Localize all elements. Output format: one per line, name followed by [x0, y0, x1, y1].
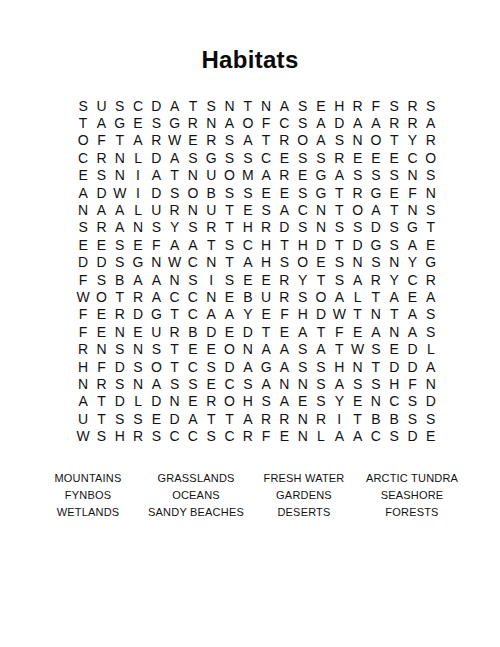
- grid-cell-r14c20: S: [422, 323, 440, 340]
- grid-cell-r15c16: W: [348, 340, 366, 357]
- grid-cell-r13c9: A: [220, 306, 238, 323]
- grid-cell-r1c18: S: [385, 97, 403, 114]
- grid-cell-r18c6: N: [165, 393, 183, 410]
- grid-cell-r5c1: E: [74, 167, 92, 184]
- grid-cell-r12c4: R: [129, 288, 147, 305]
- grid-cell-r9c1: E: [74, 236, 92, 253]
- grid-cell-r7c11: S: [257, 201, 275, 218]
- grid-cell-r3c6: W: [165, 132, 183, 149]
- grid-cell-r16c9: D: [220, 358, 238, 375]
- grid-cell-r5c19: N: [403, 167, 421, 184]
- grid-cell-r17c10: S: [239, 375, 257, 392]
- grid-cell-r4c16: E: [348, 149, 366, 166]
- grid-cell-r8c1: S: [74, 219, 92, 236]
- grid-cell-r13c15: W: [330, 306, 348, 323]
- grid-cell-r19c11: R: [257, 410, 275, 427]
- grid-cell-r1c5: D: [147, 97, 165, 114]
- grid-cell-r4c4: L: [129, 149, 147, 166]
- grid-cell-r6c4: I: [129, 184, 147, 201]
- grid-cell-r5c4: I: [129, 167, 147, 184]
- grid-cell-r6c18: E: [385, 184, 403, 201]
- grid-cell-r12c17: T: [367, 288, 385, 305]
- grid-cell-r10c7: C: [184, 254, 202, 271]
- grid-cell-r8c20: T: [422, 219, 440, 236]
- word-mountains: MOUNTAINS: [34, 470, 142, 487]
- grid-cell-r15c2: N: [92, 340, 110, 357]
- grid-cell-r15c17: S: [367, 340, 385, 357]
- grid-cell-r20c20: E: [422, 427, 440, 444]
- grid-cell-r16c13: S: [294, 358, 312, 375]
- grid-cell-r15c4: N: [129, 340, 147, 357]
- grid-cell-r5c13: E: [294, 167, 312, 184]
- grid-cell-r5c7: N: [184, 167, 202, 184]
- grid-cell-r7c17: A: [367, 201, 385, 218]
- grid-cell-r15c19: D: [403, 340, 421, 357]
- word-grasslands: GRASSLANDS: [142, 470, 250, 487]
- word-oceans: OCEANS: [142, 487, 250, 504]
- grid-cell-r16c10: A: [239, 358, 257, 375]
- grid-cell-r2c18: R: [385, 114, 403, 131]
- grid-cell-r4c19: C: [403, 149, 421, 166]
- word-search-grid: SUSCDATSNTNASEHRFSRSTAGESGRNAOFCSADAARRA…: [74, 97, 440, 445]
- grid-cell-r7c5: U: [147, 201, 165, 218]
- grid-cell-r17c19: F: [403, 375, 421, 392]
- grid-cell-r8c15: S: [330, 219, 348, 236]
- grid-cell-r1c19: R: [403, 97, 421, 114]
- grid-cell-r1c16: R: [348, 97, 366, 114]
- grid-cell-r12c16: L: [348, 288, 366, 305]
- grid-cell-r6c7: O: [184, 184, 202, 201]
- grid-cell-r3c1: O: [74, 132, 92, 149]
- grid-cell-r15c7: E: [184, 340, 202, 357]
- grid-cell-r10c2: D: [92, 254, 110, 271]
- grid-cell-r10c19: Y: [403, 254, 421, 271]
- grid-cell-r4c17: E: [367, 149, 385, 166]
- grid-cell-r6c20: N: [422, 184, 440, 201]
- grid-cell-r1c14: E: [312, 97, 330, 114]
- grid-cell-r1c2: U: [92, 97, 110, 114]
- grid-cell-r3c16: N: [348, 132, 366, 149]
- grid-cell-r2c6: G: [165, 114, 183, 131]
- grid-cell-r2c1: T: [74, 114, 92, 131]
- grid-cell-r6c9: S: [220, 184, 238, 201]
- grid-cell-r5c14: G: [312, 167, 330, 184]
- grid-cell-r2c10: O: [239, 114, 257, 131]
- grid-cell-r6c16: R: [348, 184, 366, 201]
- word-wetlands: WETLANDS: [34, 504, 142, 521]
- grid-cell-r19c5: E: [147, 410, 165, 427]
- grid-cell-r20c3: H: [111, 427, 129, 444]
- grid-cell-r16c16: N: [348, 358, 366, 375]
- grid-cell-r6c1: A: [74, 184, 92, 201]
- grid-cell-r13c11: E: [257, 306, 275, 323]
- grid-cell-r1c1: S: [74, 97, 92, 114]
- grid-cell-r11c6: N: [165, 271, 183, 288]
- grid-cell-r6c14: G: [312, 184, 330, 201]
- grid-cell-r16c15: H: [330, 358, 348, 375]
- grid-cell-r5c15: A: [330, 167, 348, 184]
- grid-cell-r12c18: A: [385, 288, 403, 305]
- grid-cell-r17c12: N: [275, 375, 293, 392]
- grid-cell-r17c13: N: [294, 375, 312, 392]
- grid-cell-r2c8: N: [202, 114, 220, 131]
- grid-cell-r3c9: S: [220, 132, 238, 149]
- grid-cell-r14c6: R: [165, 323, 183, 340]
- grid-cell-r7c2: A: [92, 201, 110, 218]
- grid-cell-r14c1: F: [74, 323, 92, 340]
- grid-cell-r16c19: D: [403, 358, 421, 375]
- grid-cell-r19c1: U: [74, 410, 92, 427]
- grid-cell-r1c10: T: [239, 97, 257, 114]
- grid-cell-r9c8: T: [202, 236, 220, 253]
- grid-cell-r8c9: T: [220, 219, 238, 236]
- grid-cell-r18c19: S: [403, 393, 421, 410]
- grid-cell-r17c4: N: [129, 375, 147, 392]
- grid-cell-r8c11: R: [257, 219, 275, 236]
- grid-cell-r19c8: T: [202, 410, 220, 427]
- grid-cell-r11c15: S: [330, 271, 348, 288]
- grid-cell-r18c20: D: [422, 393, 440, 410]
- grid-cell-r14c5: U: [147, 323, 165, 340]
- grid-cell-r6c3: W: [111, 184, 129, 201]
- grid-cell-r8c3: A: [111, 219, 129, 236]
- grid-cell-r10c9: T: [220, 254, 238, 271]
- grid-cell-r10c16: N: [348, 254, 366, 271]
- grid-cell-r5c3: N: [111, 167, 129, 184]
- grid-cell-r16c17: T: [367, 358, 385, 375]
- grid-cell-r11c10: E: [239, 271, 257, 288]
- grid-cell-r6c10: S: [239, 184, 257, 201]
- grid-cell-r14c2: E: [92, 323, 110, 340]
- grid-cell-r13c20: S: [422, 306, 440, 323]
- grid-cell-r14c12: E: [275, 323, 293, 340]
- grid-cell-r8c14: N: [312, 219, 330, 236]
- grid-cell-r13c16: T: [348, 306, 366, 323]
- grid-cell-r5c5: A: [147, 167, 165, 184]
- grid-cell-r5c9: O: [220, 167, 238, 184]
- grid-cell-r14c11: T: [257, 323, 275, 340]
- grid-cell-r14c16: E: [348, 323, 366, 340]
- grid-cell-r2c13: S: [294, 114, 312, 131]
- grid-cell-r18c15: Y: [330, 393, 348, 410]
- grid-cell-r19c3: S: [111, 410, 129, 427]
- grid-cell-r11c3: B: [111, 271, 129, 288]
- grid-cell-r4c15: R: [330, 149, 348, 166]
- grid-cell-r11c14: T: [312, 271, 330, 288]
- grid-cell-r9c4: E: [129, 236, 147, 253]
- word-sandy-beaches: SANDY BEACHES: [142, 504, 250, 521]
- grid-cell-r2c4: E: [129, 114, 147, 131]
- grid-cell-r18c4: L: [129, 393, 147, 410]
- grid-cell-r16c14: S: [312, 358, 330, 375]
- grid-cell-r9c10: C: [239, 236, 257, 253]
- grid-cell-r4c7: S: [184, 149, 202, 166]
- grid-cell-r16c2: F: [92, 358, 110, 375]
- grid-cell-r14c19: A: [403, 323, 421, 340]
- grid-cell-r10c17: S: [367, 254, 385, 271]
- grid-cell-r5c2: S: [92, 167, 110, 184]
- grid-cell-r19c17: B: [367, 410, 385, 427]
- grid-cell-r11c4: A: [129, 271, 147, 288]
- grid-cell-r11c17: R: [367, 271, 385, 288]
- grid-cell-r1c3: S: [111, 97, 129, 114]
- word-seashore: SEASHORE: [358, 487, 466, 504]
- grid-cell-r3c2: F: [92, 132, 110, 149]
- grid-cell-r11c7: S: [184, 271, 202, 288]
- grid-cell-r14c4: E: [129, 323, 147, 340]
- grid-cell-r1c4: C: [129, 97, 147, 114]
- grid-cell-r3c10: A: [239, 132, 257, 149]
- grid-cell-r8c5: S: [147, 219, 165, 236]
- grid-cell-r12c9: E: [220, 288, 238, 305]
- grid-cell-r20c15: A: [330, 427, 348, 444]
- grid-cell-r14c9: E: [220, 323, 238, 340]
- grid-cell-r17c14: S: [312, 375, 330, 392]
- grid-cell-r12c3: T: [111, 288, 129, 305]
- grid-cell-r13c1: F: [74, 306, 92, 323]
- grid-cell-r6c2: D: [92, 184, 110, 201]
- grid-cell-r5c8: U: [202, 167, 220, 184]
- grid-cell-r7c16: O: [348, 201, 366, 218]
- grid-cell-r11c5: A: [147, 271, 165, 288]
- grid-cell-r4c6: A: [165, 149, 183, 166]
- word-deserts: DESERTS: [250, 504, 358, 521]
- grid-cell-r8c7: S: [184, 219, 202, 236]
- grid-cell-r8c16: S: [348, 219, 366, 236]
- grid-cell-r20c19: D: [403, 427, 421, 444]
- grid-cell-r16c18: D: [385, 358, 403, 375]
- grid-cell-r7c8: U: [202, 201, 220, 218]
- word-arctic-tundra: ARCTIC TUNDRA: [358, 470, 466, 487]
- grid-cell-r10c11: H: [257, 254, 275, 271]
- grid-cell-r20c4: R: [129, 427, 147, 444]
- grid-cell-r7c9: T: [220, 201, 238, 218]
- grid-cell-r4c18: E: [385, 149, 403, 166]
- grid-cell-r9c2: E: [92, 236, 110, 253]
- grid-cell-r19c14: R: [312, 410, 330, 427]
- grid-cell-r15c9: O: [220, 340, 238, 357]
- grid-cell-r5c16: S: [348, 167, 366, 184]
- grid-cell-r8c19: G: [403, 219, 421, 236]
- grid-cell-r4c3: N: [111, 149, 129, 166]
- grid-cell-r18c2: T: [92, 393, 110, 410]
- grid-cell-r6c15: T: [330, 184, 348, 201]
- grid-cell-r12c11: U: [257, 288, 275, 305]
- grid-cell-r12c2: O: [92, 288, 110, 305]
- grid-cell-r8c17: D: [367, 219, 385, 236]
- grid-cell-r20c17: C: [367, 427, 385, 444]
- grid-cell-r12c10: B: [239, 288, 257, 305]
- grid-cell-r13c12: F: [275, 306, 293, 323]
- grid-cell-r16c5: O: [147, 358, 165, 375]
- grid-cell-r20c2: S: [92, 427, 110, 444]
- grid-cell-r17c20: N: [422, 375, 440, 392]
- grid-cell-r20c8: S: [202, 427, 220, 444]
- grid-cell-r4c11: C: [257, 149, 275, 166]
- grid-cell-r15c11: A: [257, 340, 275, 357]
- grid-cell-r16c12: A: [275, 358, 293, 375]
- grid-cell-r2c14: A: [312, 114, 330, 131]
- grid-cell-r7c20: S: [422, 201, 440, 218]
- grid-cell-r11c1: F: [74, 271, 92, 288]
- grid-cell-r4c13: S: [294, 149, 312, 166]
- grid-cell-r9c7: A: [184, 236, 202, 253]
- grid-cell-r8c4: N: [129, 219, 147, 236]
- grid-cell-r5c11: A: [257, 167, 275, 184]
- grid-cell-r15c14: A: [312, 340, 330, 357]
- grid-cell-r17c15: A: [330, 375, 348, 392]
- grid-cell-r15c10: N: [239, 340, 257, 357]
- grid-cell-r9c3: S: [111, 236, 129, 253]
- grid-cell-r7c3: A: [111, 201, 129, 218]
- grid-cell-r11c18: Y: [385, 271, 403, 288]
- grid-cell-r18c12: A: [275, 393, 293, 410]
- grid-cell-r20c6: C: [165, 427, 183, 444]
- grid-cell-r2c19: R: [403, 114, 421, 131]
- grid-cell-r12c7: C: [184, 288, 202, 305]
- grid-cell-r10c20: G: [422, 254, 440, 271]
- grid-cell-r7c12: A: [275, 201, 293, 218]
- grid-cell-r9c12: T: [275, 236, 293, 253]
- grid-cell-r6c6: S: [165, 184, 183, 201]
- grid-cell-r9c9: S: [220, 236, 238, 253]
- grid-cell-r9c14: D: [312, 236, 330, 253]
- grid-cell-r10c14: E: [312, 254, 330, 271]
- grid-cell-r4c1: C: [74, 149, 92, 166]
- grid-cell-r12c8: N: [202, 288, 220, 305]
- grid-cell-r8c10: H: [239, 219, 257, 236]
- grid-cell-r19c13: N: [294, 410, 312, 427]
- grid-cell-r19c10: A: [239, 410, 257, 427]
- grid-cell-r3c19: Y: [403, 132, 421, 149]
- grid-cell-r19c15: I: [330, 410, 348, 427]
- grid-cell-r18c10: H: [239, 393, 257, 410]
- grid-cell-r3c11: T: [257, 132, 275, 149]
- grid-cell-r13c13: H: [294, 306, 312, 323]
- grid-cell-r20c7: C: [184, 427, 202, 444]
- grid-cell-r19c18: B: [385, 410, 403, 427]
- grid-cell-r12c15: A: [330, 288, 348, 305]
- grid-cell-r13c18: T: [385, 306, 403, 323]
- grid-cell-r13c10: Y: [239, 306, 257, 323]
- grid-cell-r18c1: A: [74, 393, 92, 410]
- grid-cell-r13c6: T: [165, 306, 183, 323]
- grid-cell-r17c3: S: [111, 375, 129, 392]
- grid-cell-r13c3: R: [111, 306, 129, 323]
- grid-cell-r16c3: D: [111, 358, 129, 375]
- grid-cell-r14c15: F: [330, 323, 348, 340]
- grid-cell-r19c7: A: [184, 410, 202, 427]
- grid-cell-r2c2: A: [92, 114, 110, 131]
- word-list: MOUNTAINSGRASSLANDSFRESH WATERARCTIC TUN…: [34, 470, 466, 522]
- grid-cell-r19c6: D: [165, 410, 183, 427]
- grid-cell-r2c9: A: [220, 114, 238, 131]
- grid-cell-r17c2: R: [92, 375, 110, 392]
- grid-cell-r14c3: N: [111, 323, 129, 340]
- grid-cell-r9c15: T: [330, 236, 348, 253]
- grid-cell-r3c15: S: [330, 132, 348, 149]
- grid-cell-r3c20: R: [422, 132, 440, 149]
- grid-cell-r20c18: S: [385, 427, 403, 444]
- grid-cell-r17c1: N: [74, 375, 92, 392]
- grid-cell-r6c13: S: [294, 184, 312, 201]
- grid-cell-r19c12: R: [275, 410, 293, 427]
- grid-cell-r8c13: S: [294, 219, 312, 236]
- grid-cell-r14c18: N: [385, 323, 403, 340]
- grid-cell-r7c1: N: [74, 201, 92, 218]
- grid-cell-r17c11: A: [257, 375, 275, 392]
- grid-cell-r5c18: S: [385, 167, 403, 184]
- grid-cell-r1c20: S: [422, 97, 440, 114]
- grid-cell-r20c12: E: [275, 427, 293, 444]
- grid-cell-r8c6: Y: [165, 219, 183, 236]
- grid-cell-r15c15: T: [330, 340, 348, 357]
- grid-cell-r12c6: C: [165, 288, 183, 305]
- grid-cell-r3c18: T: [385, 132, 403, 149]
- grid-cell-r13c17: N: [367, 306, 385, 323]
- grid-cell-r11c16: A: [348, 271, 366, 288]
- grid-cell-r12c20: A: [422, 288, 440, 305]
- grid-cell-r1c15: H: [330, 97, 348, 114]
- grid-cell-r6c12: E: [275, 184, 293, 201]
- grid-cell-r20c10: R: [239, 427, 257, 444]
- grid-cell-r18c7: E: [184, 393, 202, 410]
- grid-cell-r18c14: S: [312, 393, 330, 410]
- grid-cell-r8c18: S: [385, 219, 403, 236]
- grid-cell-r3c4: A: [129, 132, 147, 149]
- grid-cell-r4c10: S: [239, 149, 257, 166]
- grid-cell-r9c6: A: [165, 236, 183, 253]
- grid-cell-r4c9: S: [220, 149, 238, 166]
- grid-cell-r2c17: A: [367, 114, 385, 131]
- grid-cell-r13c7: C: [184, 306, 202, 323]
- grid-cell-r20c16: A: [348, 427, 366, 444]
- grid-cell-r11c11: E: [257, 271, 275, 288]
- grid-cell-r1c7: T: [184, 97, 202, 114]
- grid-cell-r5c6: T: [165, 167, 183, 184]
- grid-cell-r9c16: D: [348, 236, 366, 253]
- grid-cell-r7c10: E: [239, 201, 257, 218]
- grid-cell-r4c20: O: [422, 149, 440, 166]
- grid-cell-r6c5: D: [147, 184, 165, 201]
- grid-cell-r18c16: E: [348, 393, 366, 410]
- grid-cell-r4c5: D: [147, 149, 165, 166]
- grid-cell-r4c8: G: [202, 149, 220, 166]
- grid-cell-r10c3: S: [111, 254, 129, 271]
- word-fresh-water: FRESH WATER: [250, 470, 358, 487]
- grid-cell-r19c2: T: [92, 410, 110, 427]
- grid-cell-r17c18: H: [385, 375, 403, 392]
- grid-cell-r7c6: R: [165, 201, 183, 218]
- grid-cell-r10c8: N: [202, 254, 220, 271]
- grid-cell-r9c13: H: [294, 236, 312, 253]
- grid-cell-r12c1: W: [74, 288, 92, 305]
- grid-cell-r10c18: N: [385, 254, 403, 271]
- grid-cell-r19c4: S: [129, 410, 147, 427]
- grid-cell-r13c2: E: [92, 306, 110, 323]
- grid-cell-r7c4: L: [129, 201, 147, 218]
- grid-cell-r16c11: G: [257, 358, 275, 375]
- grid-cell-r10c5: N: [147, 254, 165, 271]
- grid-cell-r3c8: R: [202, 132, 220, 149]
- grid-cell-r3c13: O: [294, 132, 312, 149]
- grid-cell-r18c13: E: [294, 393, 312, 410]
- grid-cell-r15c6: T: [165, 340, 183, 357]
- grid-cell-r19c20: S: [422, 410, 440, 427]
- grid-cell-r3c3: T: [111, 132, 129, 149]
- grid-cell-r17c8: E: [202, 375, 220, 392]
- grid-cell-r19c16: T: [348, 410, 366, 427]
